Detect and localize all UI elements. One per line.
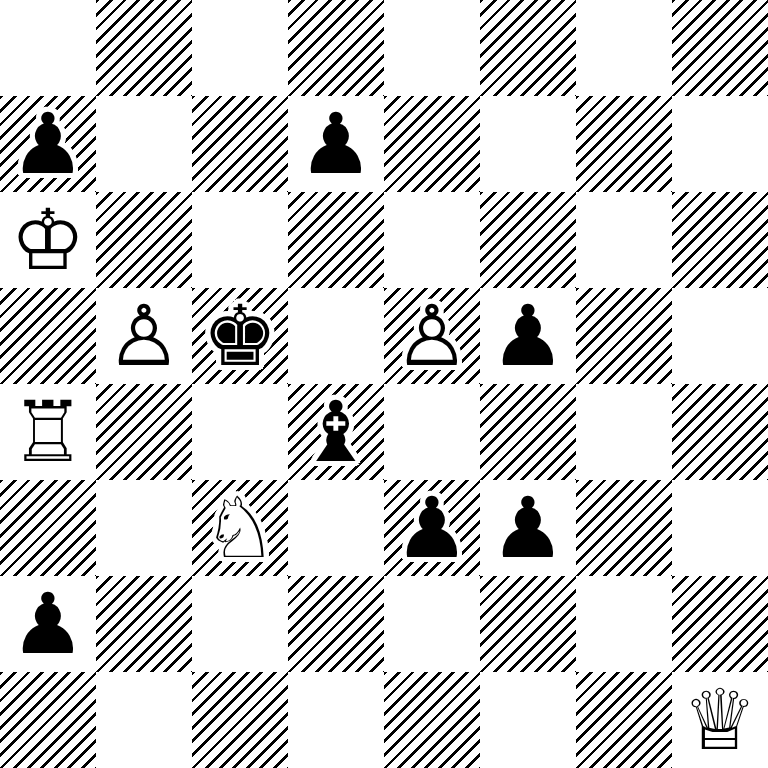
square-c6[interactable] [192,192,288,288]
square-c3[interactable]: ♞♘ [192,480,288,576]
black-pawn-icon: ♟ [384,480,480,576]
black-king-icon: ♚ [192,288,288,384]
white-rook-piece[interactable]: ♜♖ [0,384,96,480]
square-f8[interactable] [480,0,576,96]
black-pawn-icon: ♟ [0,576,96,672]
square-h4[interactable] [672,384,768,480]
white-pawn-icon: ♙ [96,288,192,384]
square-c7[interactable] [192,96,288,192]
square-h5[interactable] [672,288,768,384]
square-d5[interactable] [288,288,384,384]
black-pawn-icon: ♟ [288,96,384,192]
square-h2[interactable] [672,576,768,672]
square-h6[interactable] [672,192,768,288]
square-c5[interactable]: ♚♚ [192,288,288,384]
square-b8[interactable] [96,0,192,96]
white-rook-icon: ♖ [0,384,96,480]
square-b4[interactable] [96,384,192,480]
square-a7[interactable]: ♟♟ [0,96,96,192]
square-b7[interactable] [96,96,192,192]
square-g4[interactable] [576,384,672,480]
square-d6[interactable] [288,192,384,288]
black-pawn-piece[interactable]: ♟♟ [480,480,576,576]
square-f2[interactable] [480,576,576,672]
white-pawn-piece[interactable]: ♟♙ [384,288,480,384]
black-bishop-icon: ♝ [288,384,384,480]
square-a6[interactable]: ♚♔ [0,192,96,288]
square-d7[interactable]: ♟♟ [288,96,384,192]
square-d2[interactable] [288,576,384,672]
white-queen-piece[interactable]: ♛♕ [672,672,768,768]
square-a3[interactable] [0,480,96,576]
square-h7[interactable] [672,96,768,192]
black-bishop-piece[interactable]: ♝♝ [288,384,384,480]
square-d8[interactable] [288,0,384,96]
square-f3[interactable]: ♟♟ [480,480,576,576]
square-e8[interactable] [384,0,480,96]
square-g2[interactable] [576,576,672,672]
black-pawn-icon: ♟ [0,96,96,192]
square-e6[interactable] [384,192,480,288]
black-pawn-piece[interactable]: ♟♟ [0,96,96,192]
white-pawn-piece[interactable]: ♟♙ [96,288,192,384]
square-e1[interactable] [384,672,480,768]
square-b2[interactable] [96,576,192,672]
square-b3[interactable] [96,480,192,576]
square-g1[interactable] [576,672,672,768]
square-h1[interactable]: ♛♕ [672,672,768,768]
square-g3[interactable] [576,480,672,576]
black-pawn-icon: ♟ [480,288,576,384]
square-f1[interactable] [480,672,576,768]
white-king-piece[interactable]: ♚♔ [0,192,96,288]
square-g8[interactable] [576,0,672,96]
square-a2[interactable]: ♟♟ [0,576,96,672]
black-pawn-icon: ♟ [480,480,576,576]
square-h3[interactable] [672,480,768,576]
square-f7[interactable] [480,96,576,192]
white-queen-icon: ♕ [672,672,768,768]
square-d1[interactable] [288,672,384,768]
square-f5[interactable]: ♟♟ [480,288,576,384]
square-c8[interactable] [192,0,288,96]
chess-board: ♟♟♟♟♚♔♟♙♚♚♟♙♟♟♜♖♝♝♞♘♟♟♟♟♟♟♛♕ [0,0,768,768]
square-b6[interactable] [96,192,192,288]
square-e2[interactable] [384,576,480,672]
square-e7[interactable] [384,96,480,192]
white-knight-piece[interactable]: ♞♘ [192,480,288,576]
white-knight-icon: ♘ [192,480,288,576]
square-e3[interactable]: ♟♟ [384,480,480,576]
black-pawn-piece[interactable]: ♟♟ [384,480,480,576]
square-a4[interactable]: ♜♖ [0,384,96,480]
square-a5[interactable] [0,288,96,384]
square-f4[interactable] [480,384,576,480]
black-pawn-piece[interactable]: ♟♟ [0,576,96,672]
black-pawn-piece[interactable]: ♟♟ [480,288,576,384]
square-b5[interactable]: ♟♙ [96,288,192,384]
black-pawn-piece[interactable]: ♟♟ [288,96,384,192]
square-a8[interactable] [0,0,96,96]
white-king-icon: ♔ [0,192,96,288]
square-g5[interactable] [576,288,672,384]
square-c4[interactable] [192,384,288,480]
square-b1[interactable] [96,672,192,768]
square-g6[interactable] [576,192,672,288]
square-a1[interactable] [0,672,96,768]
square-d3[interactable] [288,480,384,576]
square-e4[interactable] [384,384,480,480]
square-h8[interactable] [672,0,768,96]
white-pawn-icon: ♙ [384,288,480,384]
square-g7[interactable] [576,96,672,192]
black-king-piece[interactable]: ♚♚ [192,288,288,384]
square-c1[interactable] [192,672,288,768]
square-e5[interactable]: ♟♙ [384,288,480,384]
square-f6[interactable] [480,192,576,288]
square-c2[interactable] [192,576,288,672]
square-d4[interactable]: ♝♝ [288,384,384,480]
